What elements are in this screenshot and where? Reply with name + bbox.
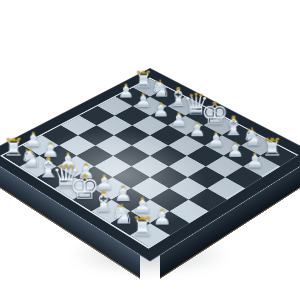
square-g5 [188,166,226,188]
square-f5 [169,156,206,177]
board-grid: ♜♞♝♛♚♝♞♜♟♟♟♟♟♟♟♟♟♟♟♟♟♟♟♟♜♞♝♛♚♝♞♜ [0,77,298,248]
chess-set-photo: ♜♞♝♛♚♝♞♜♟♟♟♟♟♟♟♟♟♟♟♟♟♟♟♟♜♞♝♛♚♝♞♜ [0,0,300,300]
square-h1: ♜ [130,223,170,248]
piece-black-pawn-h7: ♟ [233,150,278,170]
piece-white-rook-h1: ♜ [118,214,166,240]
square-b4 [78,125,114,145]
